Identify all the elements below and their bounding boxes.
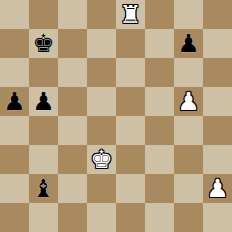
square-f6[interactable] [145,58,174,87]
square-h7[interactable] [203,29,232,58]
square-d8[interactable] [87,0,116,29]
square-b1[interactable] [29,203,58,232]
square-h6[interactable] [203,58,232,87]
black-pawn[interactable]: ♟ [177,29,199,58]
square-c6[interactable] [58,58,87,87]
black-pawn[interactable]: ♟ [32,87,54,116]
square-e4[interactable] [116,116,145,145]
square-h5[interactable] [203,87,232,116]
square-d6[interactable] [87,58,116,87]
square-b2[interactable]: ♝ [29,174,58,203]
square-e7[interactable] [116,29,145,58]
square-e8[interactable]: ♜ [116,0,145,29]
square-g2[interactable] [174,174,203,203]
square-c1[interactable] [58,203,87,232]
square-g4[interactable] [174,116,203,145]
square-f4[interactable] [145,116,174,145]
square-d1[interactable] [87,203,116,232]
square-e1[interactable] [116,203,145,232]
square-a8[interactable] [0,0,29,29]
square-g7[interactable]: ♟ [174,29,203,58]
square-h3[interactable] [203,145,232,174]
square-c7[interactable] [58,29,87,58]
square-d2[interactable] [87,174,116,203]
square-e2[interactable] [116,174,145,203]
square-g1[interactable] [174,203,203,232]
square-c2[interactable] [58,174,87,203]
square-d4[interactable] [87,116,116,145]
white-pawn[interactable]: ♟ [206,174,228,203]
square-c3[interactable] [58,145,87,174]
square-h8[interactable] [203,0,232,29]
square-g5[interactable]: ♟ [174,87,203,116]
square-b4[interactable] [29,116,58,145]
square-c8[interactable] [58,0,87,29]
square-g6[interactable] [174,58,203,87]
white-pawn[interactable]: ♟ [177,87,199,116]
black-bishop[interactable]: ♝ [32,174,54,203]
square-b5[interactable]: ♟ [29,87,58,116]
black-king[interactable]: ♚ [32,29,54,58]
square-g3[interactable] [174,145,203,174]
square-b3[interactable] [29,145,58,174]
square-f5[interactable] [145,87,174,116]
square-b7[interactable]: ♚ [29,29,58,58]
square-b8[interactable] [29,0,58,29]
square-a4[interactable] [0,116,29,145]
square-f7[interactable] [145,29,174,58]
square-a7[interactable] [0,29,29,58]
white-rook[interactable]: ♜ [119,0,141,29]
chess-board: ♜♚♟♟♟♟♚♝♟ [0,0,232,232]
square-g8[interactable] [174,0,203,29]
square-d7[interactable] [87,29,116,58]
square-e6[interactable] [116,58,145,87]
square-c4[interactable] [58,116,87,145]
square-c5[interactable] [58,87,87,116]
square-f1[interactable] [145,203,174,232]
square-f3[interactable] [145,145,174,174]
square-f2[interactable] [145,174,174,203]
square-f8[interactable] [145,0,174,29]
square-a3[interactable] [0,145,29,174]
square-a2[interactable] [0,174,29,203]
square-a1[interactable] [0,203,29,232]
square-d3[interactable]: ♚ [87,145,116,174]
square-b6[interactable] [29,58,58,87]
square-h1[interactable] [203,203,232,232]
square-e3[interactable] [116,145,145,174]
black-pawn[interactable]: ♟ [3,87,25,116]
square-h4[interactable] [203,116,232,145]
square-e5[interactable] [116,87,145,116]
square-a5[interactable]: ♟ [0,87,29,116]
square-d5[interactable] [87,87,116,116]
white-king[interactable]: ♚ [90,145,112,174]
square-h2[interactable]: ♟ [203,174,232,203]
square-a6[interactable] [0,58,29,87]
